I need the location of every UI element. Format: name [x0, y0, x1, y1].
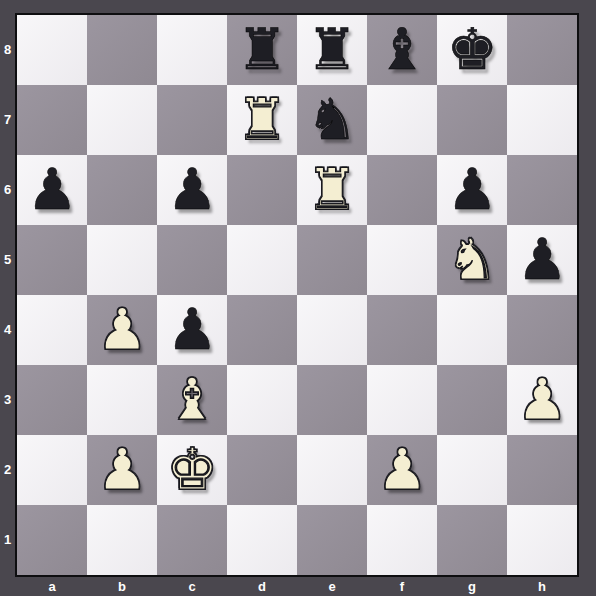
square-g6[interactable]: ♟ — [437, 155, 507, 225]
square-d5[interactable] — [227, 225, 297, 295]
square-h6[interactable] — [507, 155, 577, 225]
square-b3[interactable] — [87, 365, 157, 435]
square-g4[interactable] — [437, 295, 507, 365]
square-e6[interactable]: ♜ — [297, 155, 367, 225]
square-e1[interactable] — [297, 505, 367, 575]
square-a4[interactable] — [17, 295, 87, 365]
square-b1[interactable] — [87, 505, 157, 575]
rank-label-4: 4 — [0, 295, 15, 365]
file-label-c: c — [157, 579, 227, 596]
file-labels: abcdefgh — [17, 579, 577, 596]
square-e8[interactable]: ♜ — [297, 15, 367, 85]
square-f3[interactable] — [367, 365, 437, 435]
file-label-d: d — [227, 579, 297, 596]
square-a1[interactable] — [17, 505, 87, 575]
square-b2[interactable]: ♟ — [87, 435, 157, 505]
file-label-b: b — [87, 579, 157, 596]
square-e7[interactable]: ♞ — [297, 85, 367, 155]
piece-black-pawn-h5[interactable]: ♟ — [507, 225, 577, 295]
square-g2[interactable] — [437, 435, 507, 505]
piece-white-knight-g5[interactable]: ♞ — [437, 225, 507, 295]
piece-black-bishop-f8[interactable]: ♝ — [367, 15, 437, 85]
square-c6[interactable]: ♟ — [157, 155, 227, 225]
square-h1[interactable] — [507, 505, 577, 575]
file-label-g: g — [437, 579, 507, 596]
square-f1[interactable] — [367, 505, 437, 575]
square-b4[interactable]: ♟ — [87, 295, 157, 365]
square-d8[interactable]: ♜ — [227, 15, 297, 85]
chess-board: ♜♜♝♚♜♞♟♟♜♟♞♟♟♟♝♟♟♚♟ — [15, 13, 579, 577]
piece-white-pawn-b4[interactable]: ♟ — [87, 295, 157, 365]
square-f4[interactable] — [367, 295, 437, 365]
square-g1[interactable] — [437, 505, 507, 575]
piece-black-rook-e8[interactable]: ♜ — [297, 15, 367, 85]
square-a3[interactable] — [17, 365, 87, 435]
rank-label-2: 2 — [0, 435, 15, 505]
square-e5[interactable] — [297, 225, 367, 295]
square-f5[interactable] — [367, 225, 437, 295]
file-label-f: f — [367, 579, 437, 596]
square-e2[interactable] — [297, 435, 367, 505]
square-f8[interactable]: ♝ — [367, 15, 437, 85]
square-d4[interactable] — [227, 295, 297, 365]
square-d7[interactable]: ♜ — [227, 85, 297, 155]
piece-white-pawn-b2[interactable]: ♟ — [87, 435, 157, 505]
square-c4[interactable]: ♟ — [157, 295, 227, 365]
rank-label-6: 6 — [0, 155, 15, 225]
piece-black-rook-d8[interactable]: ♜ — [227, 15, 297, 85]
piece-white-pawn-h3[interactable]: ♟ — [507, 365, 577, 435]
square-d6[interactable] — [227, 155, 297, 225]
square-d1[interactable] — [227, 505, 297, 575]
square-b5[interactable] — [87, 225, 157, 295]
square-g5[interactable]: ♞ — [437, 225, 507, 295]
square-c3[interactable]: ♝ — [157, 365, 227, 435]
file-label-h: h — [507, 579, 577, 596]
piece-white-king-c2[interactable]: ♚ — [157, 435, 227, 505]
rank-labels: 87654321 — [0, 15, 15, 575]
rank-label-1: 1 — [0, 505, 15, 575]
rank-label-3: 3 — [0, 365, 15, 435]
square-a5[interactable] — [17, 225, 87, 295]
square-f7[interactable] — [367, 85, 437, 155]
square-a6[interactable]: ♟ — [17, 155, 87, 225]
square-c8[interactable] — [157, 15, 227, 85]
rank-label-7: 7 — [0, 85, 15, 155]
piece-white-rook-e6[interactable]: ♜ — [297, 155, 367, 225]
square-d2[interactable] — [227, 435, 297, 505]
square-c1[interactable] — [157, 505, 227, 575]
square-g3[interactable] — [437, 365, 507, 435]
rank-label-8: 8 — [0, 15, 15, 85]
square-c2[interactable]: ♚ — [157, 435, 227, 505]
file-label-a: a — [17, 579, 87, 596]
square-h7[interactable] — [507, 85, 577, 155]
square-c7[interactable] — [157, 85, 227, 155]
square-g7[interactable] — [437, 85, 507, 155]
file-label-e: e — [297, 579, 367, 596]
square-b8[interactable] — [87, 15, 157, 85]
board-frame: { "game": "chess", "orientation": "white… — [0, 0, 596, 596]
piece-black-pawn-a6[interactable]: ♟ — [17, 155, 87, 225]
square-b6[interactable] — [87, 155, 157, 225]
square-e3[interactable] — [297, 365, 367, 435]
rank-label-5: 5 — [0, 225, 15, 295]
square-h5[interactable]: ♟ — [507, 225, 577, 295]
square-h2[interactable] — [507, 435, 577, 505]
square-h4[interactable] — [507, 295, 577, 365]
square-d3[interactable] — [227, 365, 297, 435]
square-b7[interactable] — [87, 85, 157, 155]
square-h3[interactable]: ♟ — [507, 365, 577, 435]
square-a8[interactable] — [17, 15, 87, 85]
piece-black-knight-e7[interactable]: ♞ — [297, 85, 367, 155]
piece-white-rook-d7[interactable]: ♜ — [227, 85, 297, 155]
square-f6[interactable] — [367, 155, 437, 225]
piece-black-pawn-g6[interactable]: ♟ — [437, 155, 507, 225]
piece-black-king-g8[interactable]: ♚ — [437, 15, 507, 85]
square-c5[interactable] — [157, 225, 227, 295]
square-e4[interactable] — [297, 295, 367, 365]
piece-white-pawn-f2[interactable]: ♟ — [367, 435, 437, 505]
piece-black-pawn-c6[interactable]: ♟ — [157, 155, 227, 225]
square-a2[interactable] — [17, 435, 87, 505]
piece-black-pawn-c4[interactable]: ♟ — [157, 295, 227, 365]
piece-white-bishop-c3[interactable]: ♝ — [157, 365, 227, 435]
square-f2[interactable]: ♟ — [367, 435, 437, 505]
square-g8[interactable]: ♚ — [437, 15, 507, 85]
square-a7[interactable] — [17, 85, 87, 155]
square-h8[interactable] — [507, 15, 577, 85]
